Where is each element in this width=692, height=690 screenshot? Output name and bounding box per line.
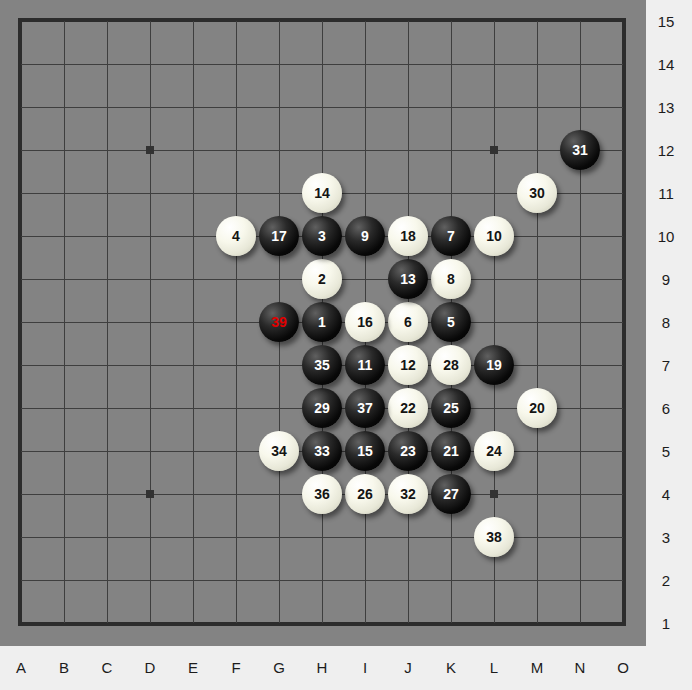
row-label-7: 7 [662, 357, 670, 374]
stone-8-k9[interactable]: 8 [431, 259, 471, 299]
stone-21-k5[interactable]: 21 [431, 431, 471, 471]
column-label-h: H [317, 659, 328, 676]
stone-27-k4[interactable]: 27 [431, 474, 471, 514]
stone-22-j6[interactable]: 22 [388, 388, 428, 428]
stone-16-i8[interactable]: 16 [345, 302, 385, 342]
star-point-d4 [146, 490, 154, 498]
row-label-15: 15 [658, 13, 675, 30]
stone-4-f10[interactable]: 4 [216, 216, 256, 256]
column-label-m: M [531, 659, 544, 676]
stone-19-l7[interactable]: 19 [474, 345, 514, 385]
column-label-b: B [59, 659, 69, 676]
board[interactable]: 1234567891011121314151617181920212223242… [0, 0, 646, 646]
stone-24-l5[interactable]: 24 [474, 431, 514, 471]
stone-2-h9[interactable]: 2 [302, 259, 342, 299]
star-point-d12 [146, 146, 154, 154]
stone-30-m11[interactable]: 30 [517, 173, 557, 213]
row-label-12: 12 [658, 142, 675, 159]
row-label-4: 4 [662, 486, 670, 503]
stone-32-j4[interactable]: 32 [388, 474, 428, 514]
row-label-8: 8 [662, 314, 670, 331]
row-label-5: 5 [662, 443, 670, 460]
stone-3-h10[interactable]: 3 [302, 216, 342, 256]
row-label-14: 14 [658, 56, 675, 73]
stone-14-h11[interactable]: 14 [302, 173, 342, 213]
column-label-g: G [273, 659, 285, 676]
column-label-k: K [446, 659, 456, 676]
stone-39-g8-last-move[interactable]: 39 [259, 302, 299, 342]
row-label-1: 1 [662, 615, 670, 632]
column-label-o: O [617, 659, 629, 676]
stone-37-i6[interactable]: 37 [345, 388, 385, 428]
stone-35-h7[interactable]: 35 [302, 345, 342, 385]
stone-18-j10[interactable]: 18 [388, 216, 428, 256]
gomoku-board-view: 1234567891011121314151617181920212223242… [0, 0, 692, 690]
stone-6-j8[interactable]: 6 [388, 302, 428, 342]
row-label-9: 9 [662, 271, 670, 288]
stone-36-h4[interactable]: 36 [302, 474, 342, 514]
grid-line-horizontal [21, 580, 623, 581]
grid-line-horizontal [21, 537, 623, 538]
row-label-2: 2 [662, 572, 670, 589]
column-label-d: D [145, 659, 156, 676]
stone-38-l3[interactable]: 38 [474, 517, 514, 557]
column-label-l: L [490, 659, 498, 676]
row-label-3: 3 [662, 529, 670, 546]
column-label-j: J [404, 659, 412, 676]
stone-5-k8[interactable]: 5 [431, 302, 471, 342]
stone-17-g10[interactable]: 17 [259, 216, 299, 256]
stone-11-i7[interactable]: 11 [345, 345, 385, 385]
stone-33-h5[interactable]: 33 [302, 431, 342, 471]
stone-25-k6[interactable]: 25 [431, 388, 471, 428]
column-label-c: C [102, 659, 113, 676]
stone-15-i5[interactable]: 15 [345, 431, 385, 471]
grid-line-vertical [580, 21, 581, 623]
stone-26-i4[interactable]: 26 [345, 474, 385, 514]
stone-7-k10[interactable]: 7 [431, 216, 471, 256]
stone-23-j5[interactable]: 23 [388, 431, 428, 471]
row-label-6: 6 [662, 400, 670, 417]
column-label-a: A [16, 659, 26, 676]
stone-34-g5[interactable]: 34 [259, 431, 299, 471]
star-point-l12 [490, 146, 498, 154]
stone-28-k7[interactable]: 28 [431, 345, 471, 385]
stone-1-h8[interactable]: 1 [302, 302, 342, 342]
column-label-f: F [231, 659, 240, 676]
stone-10-l10[interactable]: 10 [474, 216, 514, 256]
stone-31-n12[interactable]: 31 [560, 130, 600, 170]
row-label-11: 11 [658, 185, 674, 202]
column-label-e: E [188, 659, 198, 676]
stone-9-i10[interactable]: 9 [345, 216, 385, 256]
column-label-i: I [363, 659, 367, 676]
row-label-13: 13 [658, 99, 675, 116]
star-point-l4 [490, 490, 498, 498]
column-label-n: N [575, 659, 586, 676]
stone-20-m6[interactable]: 20 [517, 388, 557, 428]
stone-29-h6[interactable]: 29 [302, 388, 342, 428]
row-label-10: 10 [658, 228, 675, 245]
stone-13-j9[interactable]: 13 [388, 259, 428, 299]
grid-line-vertical [537, 21, 538, 623]
stone-12-j7[interactable]: 12 [388, 345, 428, 385]
